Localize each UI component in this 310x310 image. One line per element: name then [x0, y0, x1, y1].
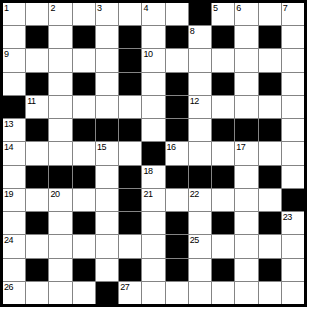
- cell-r7-c4[interactable]: [96, 166, 118, 188]
- cell-r6-c7[interactable]: 16: [166, 142, 188, 164]
- cell-r11-c7: [166, 259, 188, 281]
- cell-r5-c5: [119, 119, 141, 141]
- cell-r9-c10[interactable]: [235, 212, 257, 234]
- cell-r5-c11: [259, 119, 281, 141]
- cell-r12-c8[interactable]: [189, 282, 211, 304]
- clue-number: 6: [236, 3, 241, 13]
- cell-r0-c1[interactable]: [26, 3, 48, 25]
- cell-r10-c12[interactable]: [282, 235, 304, 257]
- cell-r10-c5[interactable]: [119, 235, 141, 257]
- cell-r7-c7: [166, 166, 188, 188]
- cell-r2-c6[interactable]: 10: [142, 49, 164, 71]
- cell-r6-c6: [142, 142, 164, 164]
- clue-number: 24: [4, 235, 13, 245]
- cell-r8-c7[interactable]: [166, 189, 188, 211]
- cell-r4-c8[interactable]: 12: [189, 96, 211, 118]
- cell-r3-c1: [26, 73, 48, 95]
- cell-r8-c11[interactable]: [259, 189, 281, 211]
- cell-r5-c8[interactable]: [189, 119, 211, 141]
- clue-number: 7: [283, 3, 288, 13]
- cell-r10-c8[interactable]: 25: [189, 235, 211, 257]
- clue-number: 8: [190, 26, 195, 36]
- cell-r7-c10[interactable]: [235, 166, 257, 188]
- cell-r3-c10[interactable]: [235, 73, 257, 95]
- cell-r8-c10[interactable]: [235, 189, 257, 211]
- cell-r3-c6[interactable]: [142, 73, 164, 95]
- cell-r4-c2[interactable]: [49, 96, 71, 118]
- cell-r1-c9: [212, 26, 234, 48]
- cell-r0-c10[interactable]: 6: [235, 3, 257, 25]
- cell-r0-c3[interactable]: [73, 3, 95, 25]
- clue-number: 10: [143, 49, 152, 59]
- cell-r3-c0[interactable]: [3, 73, 25, 95]
- cell-r8-c8[interactable]: 22: [189, 189, 211, 211]
- cell-r8-c9[interactable]: [212, 189, 234, 211]
- cell-r11-c8[interactable]: [189, 259, 211, 281]
- cell-r11-c3: [73, 259, 95, 281]
- cell-r4-c5[interactable]: [119, 96, 141, 118]
- cell-r5-c3: [73, 119, 95, 141]
- cell-r10-c7: [166, 235, 188, 257]
- cell-r6-c5[interactable]: [119, 142, 141, 164]
- cell-r1-c12[interactable]: [282, 26, 304, 48]
- clue-number: 4: [143, 3, 148, 13]
- cell-r1-c6[interactable]: [142, 26, 164, 48]
- cell-r6-c2[interactable]: [49, 142, 71, 164]
- cell-r11-c4[interactable]: [96, 259, 118, 281]
- cell-r2-c4[interactable]: [96, 49, 118, 71]
- cell-r12-c2[interactable]: [49, 282, 71, 304]
- clue-number: 14: [4, 142, 13, 152]
- cell-r6-c1[interactable]: [26, 142, 48, 164]
- cell-r5-c6[interactable]: [142, 119, 164, 141]
- clue-number: 21: [143, 189, 152, 199]
- cell-r9-c2[interactable]: [49, 212, 71, 234]
- clue-number: 12: [190, 96, 199, 106]
- cell-r12-c6[interactable]: [142, 282, 164, 304]
- cell-r10-c2[interactable]: [49, 235, 71, 257]
- cell-r2-c1[interactable]: [26, 49, 48, 71]
- cell-r5-c12[interactable]: [282, 119, 304, 141]
- cell-r1-c5: [119, 26, 141, 48]
- cell-r1-c4[interactable]: [96, 26, 118, 48]
- clue-number: 1: [4, 3, 9, 13]
- cell-r0-c4[interactable]: 3: [96, 3, 118, 25]
- cell-r0-c8: [189, 3, 211, 25]
- cell-r1-c1: [26, 26, 48, 48]
- cell-r9-c12[interactable]: 23: [282, 212, 304, 234]
- cell-r1-c7: [166, 26, 188, 48]
- cell-r9-c11: [259, 212, 281, 234]
- clue-number: 13: [4, 119, 13, 129]
- cell-r0-c12[interactable]: 7: [282, 3, 304, 25]
- cell-r0-c7[interactable]: [166, 3, 188, 25]
- cell-r12-c1[interactable]: [26, 282, 48, 304]
- cell-r9-c7: [166, 212, 188, 234]
- cell-r6-c3[interactable]: [73, 142, 95, 164]
- cell-r12-c3[interactable]: [73, 282, 95, 304]
- clue-number: 17: [236, 142, 245, 152]
- cell-r2-c11[interactable]: [259, 49, 281, 71]
- cell-r3-c2[interactable]: [49, 73, 71, 95]
- clue-number: 2: [50, 3, 55, 13]
- cell-r7-c3: [73, 166, 95, 188]
- cell-r7-c8: [189, 166, 211, 188]
- cell-r6-c11[interactable]: [259, 142, 281, 164]
- cell-r6-c0[interactable]: 14: [3, 142, 25, 164]
- cell-r9-c6[interactable]: [142, 212, 164, 234]
- cell-r6-c4[interactable]: 15: [96, 142, 118, 164]
- cell-r10-c10[interactable]: [235, 235, 257, 257]
- cell-r6-c12[interactable]: [282, 142, 304, 164]
- cell-r5-c7: [166, 119, 188, 141]
- cell-r8-c1[interactable]: [26, 189, 48, 211]
- cell-r0-c11[interactable]: [259, 3, 281, 25]
- cell-r2-c3[interactable]: [73, 49, 95, 71]
- cell-r4-c12[interactable]: [282, 96, 304, 118]
- cell-r7-c11: [259, 166, 281, 188]
- cell-r1-c2[interactable]: [49, 26, 71, 48]
- cell-r8-c6[interactable]: 21: [142, 189, 164, 211]
- cell-r4-c7: [166, 96, 188, 118]
- clue-number: 3: [97, 3, 102, 13]
- cell-r9-c5: [119, 212, 141, 234]
- cell-r8-c3[interactable]: [73, 189, 95, 211]
- cell-r5-c1: [26, 119, 48, 141]
- cell-r7-c5: [119, 166, 141, 188]
- clue-number: 22: [190, 189, 199, 199]
- cell-r3-c3: [73, 73, 95, 95]
- cell-r9-c8[interactable]: [189, 212, 211, 234]
- cell-r9-c9: [212, 212, 234, 234]
- cell-r11-c0[interactable]: [3, 259, 25, 281]
- cell-r8-c2[interactable]: 20: [49, 189, 71, 211]
- cell-r2-c12[interactable]: [282, 49, 304, 71]
- cell-r4-c0: [3, 96, 25, 118]
- cell-r6-c10[interactable]: 17: [235, 142, 257, 164]
- cell-r0-c2[interactable]: 2: [49, 3, 71, 25]
- cell-r2-c8[interactable]: [189, 49, 211, 71]
- cell-r2-c7[interactable]: [166, 49, 188, 71]
- cell-r3-c8[interactable]: [189, 73, 211, 95]
- cell-r12-c11[interactable]: [259, 282, 281, 304]
- cell-r12-c12[interactable]: [282, 282, 304, 304]
- clue-number: 27: [120, 282, 129, 292]
- cell-r4-c9[interactable]: [212, 96, 234, 118]
- cell-r0-c5[interactable]: [119, 3, 141, 25]
- cell-r0-c9[interactable]: 5: [212, 3, 234, 25]
- cell-r1-c8[interactable]: 8: [189, 26, 211, 48]
- cell-r1-c11: [259, 26, 281, 48]
- cell-r12-c7[interactable]: [166, 282, 188, 304]
- clue-number: 9: [4, 49, 9, 59]
- cell-r2-c0[interactable]: 9: [3, 49, 25, 71]
- cell-r3-c4[interactable]: [96, 73, 118, 95]
- cell-r3-c5: [119, 73, 141, 95]
- cell-r7-c2: [49, 166, 71, 188]
- cell-r1-c10[interactable]: [235, 26, 257, 48]
- cell-r10-c0[interactable]: 24: [3, 235, 25, 257]
- clue-number: 16: [167, 142, 176, 152]
- cell-r4-c11[interactable]: [259, 96, 281, 118]
- clue-number: 5: [213, 3, 218, 13]
- cell-r4-c1[interactable]: 11: [26, 96, 48, 118]
- cell-r8-c0[interactable]: 19: [3, 189, 25, 211]
- cell-r2-c2[interactable]: [49, 49, 71, 71]
- clue-number: 18: [143, 166, 152, 176]
- cell-r1-c0[interactable]: [3, 26, 25, 48]
- cell-r12-c5[interactable]: 27: [119, 282, 141, 304]
- cell-r7-c1: [26, 166, 48, 188]
- cell-r1-c3: [73, 26, 95, 48]
- crossword-board: 1234567891011121314151617181920212223242…: [0, 0, 307, 307]
- cell-r10-c9[interactable]: [212, 235, 234, 257]
- cell-r3-c12[interactable]: [282, 73, 304, 95]
- clue-number: 19: [4, 189, 13, 199]
- cell-r0-c6[interactable]: 4: [142, 3, 164, 25]
- cell-r5-c2[interactable]: [49, 119, 71, 141]
- cell-r4-c4[interactable]: [96, 96, 118, 118]
- cell-r11-c10[interactable]: [235, 259, 257, 281]
- cell-r11-c11: [259, 259, 281, 281]
- cell-r2-c10[interactable]: [235, 49, 257, 71]
- clue-number: 20: [50, 189, 59, 199]
- cell-r12-c9[interactable]: [212, 282, 234, 304]
- cell-r7-c9: [212, 166, 234, 188]
- cell-r4-c6[interactable]: [142, 96, 164, 118]
- clue-number: 25: [190, 235, 199, 245]
- cell-r2-c5: [119, 49, 141, 71]
- cell-r11-c6[interactable]: [142, 259, 164, 281]
- cell-r12-c4: [96, 282, 118, 304]
- clue-number: 11: [27, 96, 35, 106]
- cell-r7-c0[interactable]: [3, 166, 25, 188]
- clue-number: 23: [283, 212, 292, 222]
- clue-number: 26: [4, 282, 13, 292]
- cell-r9-c0[interactable]: [3, 212, 25, 234]
- cell-r3-c9: [212, 73, 234, 95]
- cell-r10-c11[interactable]: [259, 235, 281, 257]
- cell-r10-c1[interactable]: [26, 235, 48, 257]
- cell-r8-c5: [119, 189, 141, 211]
- cell-r8-c4[interactable]: [96, 189, 118, 211]
- cell-r3-c7: [166, 73, 188, 95]
- cell-r10-c6[interactable]: [142, 235, 164, 257]
- cell-r5-c4: [96, 119, 118, 141]
- cell-r0-c0[interactable]: 1: [3, 3, 25, 25]
- cell-r6-c9[interactable]: [212, 142, 234, 164]
- cell-r11-c5: [119, 259, 141, 281]
- cell-r10-c3[interactable]: [73, 235, 95, 257]
- cell-r6-c8[interactable]: [189, 142, 211, 164]
- cell-r11-c1: [26, 259, 48, 281]
- cell-r7-c6[interactable]: 18: [142, 166, 164, 188]
- cell-r9-c3: [73, 212, 95, 234]
- cell-r3-c11: [259, 73, 281, 95]
- cell-r4-c3[interactable]: [73, 96, 95, 118]
- cell-r7-c12[interactable]: [282, 166, 304, 188]
- cell-r9-c1: [26, 212, 48, 234]
- cell-r5-c0[interactable]: 13: [3, 119, 25, 141]
- cell-r4-c10[interactable]: [235, 96, 257, 118]
- cell-r8-c12: [282, 189, 304, 211]
- clue-number: 15: [97, 142, 106, 152]
- cell-r5-c10: [235, 119, 257, 141]
- cell-r11-c2[interactable]: [49, 259, 71, 281]
- cell-r2-c9[interactable]: [212, 49, 234, 71]
- cell-r12-c0[interactable]: 26: [3, 282, 25, 304]
- cell-r11-c9: [212, 259, 234, 281]
- cell-r10-c4[interactable]: [96, 235, 118, 257]
- cell-r11-c12[interactable]: [282, 259, 304, 281]
- cell-r9-c4[interactable]: [96, 212, 118, 234]
- crossword-page: 1234567891011121314151617181920212223242…: [0, 0, 310, 310]
- cell-r12-c10[interactable]: [235, 282, 257, 304]
- cell-r5-c9: [212, 119, 234, 141]
